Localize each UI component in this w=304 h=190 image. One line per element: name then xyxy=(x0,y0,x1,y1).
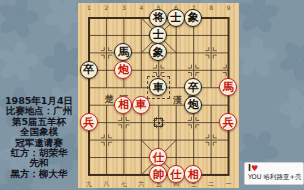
heart-icon: ♥ xyxy=(251,164,258,173)
piece-black-cannon[interactable]: 炮 xyxy=(184,96,202,114)
file-label-bottom: 六 xyxy=(136,180,146,187)
game-info-panel: 1985年1月4日 比赛地点：广州 第5届五羊杯 全国象棋 冠军邀请赛 红方：胡… xyxy=(0,96,78,179)
file-label-bottom: 一 xyxy=(224,180,234,187)
piece-glyph: 炮 xyxy=(118,62,129,77)
piece-glyph: 相 xyxy=(118,97,129,112)
piece-black-soldier[interactable]: 卒 xyxy=(80,61,98,79)
file-label-bottom: 八 xyxy=(101,180,111,187)
file-label-bottom: 七 xyxy=(119,180,129,187)
piece-glyph: 仕 xyxy=(153,149,164,164)
piece-glyph: 士 xyxy=(170,10,181,25)
watermark-line2: YOU 哈利路亚+亮 xyxy=(248,173,300,181)
piece-glyph: 仕 xyxy=(170,166,181,181)
piece-red-soldier[interactable]: 兵 xyxy=(80,113,98,131)
piece-glyph: 卒 xyxy=(188,79,199,94)
piece-glyph: 車 xyxy=(135,97,146,112)
piece-black-general[interactable]: 将 xyxy=(149,9,167,27)
piece-glyph: 馬 xyxy=(118,44,129,59)
piece-red-chariot[interactable]: 車 xyxy=(132,96,150,114)
piece-glyph: 象 xyxy=(188,10,199,25)
last-move-highlight xyxy=(147,76,170,99)
piece-glyph: 士 xyxy=(153,27,164,42)
file-label-bottom: 二 xyxy=(206,180,216,187)
file-label-bottom: 九 xyxy=(84,180,94,187)
watermark-line1: I♥ xyxy=(248,164,300,173)
watermark-badge: I♥ YOU 哈利路亚+亮 xyxy=(244,162,304,185)
screenshot-root: 楚河 漢界 123456789 九八七六五四三二一 将士象士象馬卒炮車卒馬相車炮… xyxy=(0,0,304,190)
file-label-top: 3 xyxy=(119,4,129,11)
xiangqi-board[interactable]: 楚河 漢界 123456789 九八七六五四三二一 将士象士象馬卒炮車卒馬相車炮… xyxy=(78,3,239,188)
file-label-top: 4 xyxy=(136,4,146,11)
file-label-top: 1 xyxy=(84,4,94,11)
piece-black-advisor[interactable]: 士 xyxy=(167,9,185,27)
piece-glyph: 将 xyxy=(153,10,164,25)
piece-glyph: 象 xyxy=(153,44,164,59)
move-from-marker xyxy=(154,118,163,127)
piece-glyph: 兵 xyxy=(83,114,94,129)
piece-glyph: 相 xyxy=(188,166,199,181)
piece-glyph: 馬 xyxy=(223,79,234,94)
piece-glyph: 帥 xyxy=(153,166,164,181)
piece-glyph: 卒 xyxy=(83,62,94,77)
piece-black-elephant[interactable]: 象 xyxy=(184,9,202,27)
piece-glyph: 兵 xyxy=(223,114,234,129)
file-label-top: 8 xyxy=(206,4,216,11)
info-line-black-player: 黑方：柳大华 xyxy=(0,169,78,179)
piece-red-elephant[interactable]: 相 xyxy=(114,96,132,114)
piece-glyph: 炮 xyxy=(188,97,199,112)
file-label-top: 9 xyxy=(224,4,234,11)
file-label-top: 2 xyxy=(101,4,111,11)
